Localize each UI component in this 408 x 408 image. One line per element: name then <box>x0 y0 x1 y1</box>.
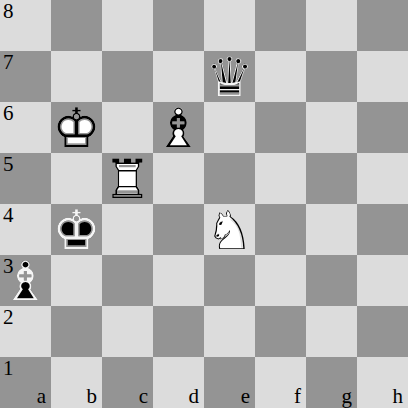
square-a5[interactable]: 5 <box>0 153 51 204</box>
file-label-d: d <box>189 386 200 407</box>
square-c8[interactable] <box>102 0 153 51</box>
square-g3[interactable] <box>306 255 357 306</box>
square-h1[interactable]: h <box>357 357 408 408</box>
square-f3[interactable] <box>255 255 306 306</box>
file-label-g: g <box>342 386 353 407</box>
square-b5[interactable] <box>51 153 102 204</box>
square-d1[interactable]: d <box>153 357 204 408</box>
square-c2[interactable] <box>102 306 153 357</box>
rank-label-2: 2 <box>3 306 14 329</box>
white-rook-outline: ♖ <box>102 154 153 205</box>
rank-label-8: 8 <box>3 0 14 23</box>
square-e8[interactable] <box>204 0 255 51</box>
white-knight-glyph: ♞ <box>204 205 255 256</box>
square-e4[interactable]: ♞♘ <box>204 204 255 255</box>
square-e2[interactable] <box>204 306 255 357</box>
square-c4[interactable] <box>102 204 153 255</box>
square-d8[interactable] <box>153 0 204 51</box>
square-h7[interactable] <box>357 51 408 102</box>
square-b3[interactable] <box>51 255 102 306</box>
file-label-e: e <box>241 386 250 407</box>
black-bishop-outline: ♗ <box>0 256 51 307</box>
rank-label-5: 5 <box>3 153 14 176</box>
black-king-glyph: ♚ <box>51 205 102 256</box>
square-b7[interactable] <box>51 51 102 102</box>
square-g5[interactable] <box>306 153 357 204</box>
chess-board: 87♛♕6♚♔♝♗5♜♖4♚♔♞♘3♝♗21abcdefgh <box>0 0 408 408</box>
white-king-glyph: ♚ <box>51 103 102 154</box>
black-queen-glyph: ♛ <box>204 52 255 103</box>
square-b2[interactable] <box>51 306 102 357</box>
square-e5[interactable] <box>204 153 255 204</box>
square-a7[interactable]: 7 <box>0 51 51 102</box>
square-b4[interactable]: ♚♔ <box>51 204 102 255</box>
piece-white-rook-c5[interactable]: ♜♖ <box>102 153 153 204</box>
square-h2[interactable] <box>357 306 408 357</box>
square-e6[interactable] <box>204 102 255 153</box>
square-a3[interactable]: 3♝♗ <box>0 255 51 306</box>
square-a2[interactable]: 2 <box>0 306 51 357</box>
square-e7[interactable]: ♛♕ <box>204 51 255 102</box>
white-king-outline: ♔ <box>51 103 102 154</box>
square-b8[interactable] <box>51 0 102 51</box>
file-label-f: f <box>294 386 301 407</box>
square-g8[interactable] <box>306 0 357 51</box>
square-h6[interactable] <box>357 102 408 153</box>
square-g7[interactable] <box>306 51 357 102</box>
square-h3[interactable] <box>357 255 408 306</box>
square-c7[interactable] <box>102 51 153 102</box>
file-label-h: h <box>393 386 404 407</box>
square-c3[interactable] <box>102 255 153 306</box>
file-label-b: b <box>87 386 98 407</box>
square-f5[interactable] <box>255 153 306 204</box>
square-f2[interactable] <box>255 306 306 357</box>
file-label-c: c <box>139 386 148 407</box>
square-g2[interactable] <box>306 306 357 357</box>
square-b1[interactable]: b <box>51 357 102 408</box>
square-c6[interactable] <box>102 102 153 153</box>
square-d6[interactable]: ♝♗ <box>153 102 204 153</box>
square-f6[interactable] <box>255 102 306 153</box>
square-h8[interactable] <box>357 0 408 51</box>
square-d2[interactable] <box>153 306 204 357</box>
square-f4[interactable] <box>255 204 306 255</box>
square-a1[interactable]: 1a <box>0 357 51 408</box>
white-bishop-glyph: ♝ <box>153 103 204 154</box>
square-e1[interactable]: e <box>204 357 255 408</box>
piece-black-king-b4[interactable]: ♚♔ <box>51 204 102 255</box>
square-f8[interactable] <box>255 0 306 51</box>
square-d4[interactable] <box>153 204 204 255</box>
square-b6[interactable]: ♚♔ <box>51 102 102 153</box>
rank-label-4: 4 <box>3 204 14 227</box>
piece-black-queen-e7[interactable]: ♛♕ <box>204 51 255 102</box>
square-c5[interactable]: ♜♖ <box>102 153 153 204</box>
white-bishop-outline: ♗ <box>153 103 204 154</box>
square-h5[interactable] <box>357 153 408 204</box>
rank-label-7: 7 <box>3 51 14 74</box>
piece-white-knight-e4[interactable]: ♞♘ <box>204 204 255 255</box>
square-h4[interactable] <box>357 204 408 255</box>
rank-label-1: 1 <box>3 357 14 380</box>
black-king-outline: ♔ <box>51 205 102 256</box>
square-f1[interactable]: f <box>255 357 306 408</box>
square-d5[interactable] <box>153 153 204 204</box>
square-f7[interactable] <box>255 51 306 102</box>
piece-black-bishop-a3[interactable]: ♝♗ <box>0 255 51 306</box>
square-a6[interactable]: 6 <box>0 102 51 153</box>
square-a4[interactable]: 4 <box>0 204 51 255</box>
white-knight-outline: ♘ <box>204 205 255 256</box>
square-e3[interactable] <box>204 255 255 306</box>
black-bishop-glyph: ♝ <box>0 256 51 307</box>
chess-diagram: 87♛♕6♚♔♝♗5♜♖4♚♔♞♘3♝♗21abcdefgh <box>0 0 408 408</box>
square-d3[interactable] <box>153 255 204 306</box>
black-queen-outline: ♕ <box>204 52 255 103</box>
rank-label-6: 6 <box>3 102 14 125</box>
white-rook-glyph: ♜ <box>102 154 153 205</box>
square-g4[interactable] <box>306 204 357 255</box>
piece-white-king-b6[interactable]: ♚♔ <box>51 102 102 153</box>
file-label-a: a <box>37 386 46 407</box>
square-g1[interactable]: g <box>306 357 357 408</box>
square-d7[interactable] <box>153 51 204 102</box>
square-a8[interactable]: 8 <box>0 0 51 51</box>
piece-white-bishop-d6[interactable]: ♝♗ <box>153 102 204 153</box>
square-g6[interactable] <box>306 102 357 153</box>
square-c1[interactable]: c <box>102 357 153 408</box>
